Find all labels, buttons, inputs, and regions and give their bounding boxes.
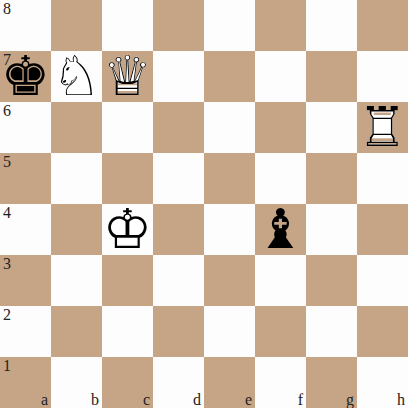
square-d5[interactable] <box>153 153 204 204</box>
square-b4[interactable] <box>51 204 102 255</box>
square-h3[interactable] <box>357 255 408 306</box>
square-a4[interactable]: 4 <box>0 204 51 255</box>
square-a1[interactable]: 1a <box>0 357 51 408</box>
square-g8[interactable] <box>306 0 357 51</box>
square-a3[interactable]: 3 <box>0 255 51 306</box>
square-f2[interactable] <box>255 306 306 357</box>
square-g2[interactable] <box>306 306 357 357</box>
square-b3[interactable] <box>51 255 102 306</box>
piece-white-rook-h6[interactable]: ♜♖ <box>357 102 408 153</box>
rook-outline-glyph: ♖ <box>358 102 407 153</box>
rank-label-8: 8 <box>3 0 11 18</box>
square-d7[interactable] <box>153 51 204 102</box>
square-c6[interactable] <box>102 102 153 153</box>
square-c1[interactable]: c <box>102 357 153 408</box>
square-h5[interactable] <box>357 153 408 204</box>
file-label-e: e <box>245 391 252 408</box>
square-a6[interactable]: 6 <box>0 102 51 153</box>
square-e5[interactable] <box>204 153 255 204</box>
piece-white-queen-c7[interactable]: ♛♕ <box>102 51 153 102</box>
square-g1[interactable]: g <box>306 357 357 408</box>
piece-black-bishop-f4[interactable]: ♝ <box>255 204 306 255</box>
square-c2[interactable] <box>102 306 153 357</box>
piece-white-king-c4[interactable]: ♚♔ <box>102 204 153 255</box>
square-e2[interactable] <box>204 306 255 357</box>
square-g4[interactable] <box>306 204 357 255</box>
king-outline-glyph: ♔ <box>103 204 152 255</box>
rank-label-4: 4 <box>3 204 11 222</box>
square-e7[interactable] <box>204 51 255 102</box>
file-label-a: a <box>41 391 48 408</box>
knight-outline-glyph: ♘ <box>52 51 101 102</box>
square-f4[interactable]: ♝ <box>255 204 306 255</box>
rank-label-5: 5 <box>3 153 11 171</box>
rank-label-2: 2 <box>3 306 11 324</box>
file-label-g: g <box>346 391 354 408</box>
square-f1[interactable]: f <box>255 357 306 408</box>
square-g6[interactable] <box>306 102 357 153</box>
square-h8[interactable] <box>357 0 408 51</box>
chess-board: 87♚♞♘♛♕6♜♖54♚♔♝321abcdefgh <box>0 0 408 408</box>
square-e8[interactable] <box>204 0 255 51</box>
rank-label-6: 6 <box>3 102 11 120</box>
file-label-d: d <box>193 391 201 408</box>
square-b5[interactable] <box>51 153 102 204</box>
square-d8[interactable] <box>153 0 204 51</box>
square-g3[interactable] <box>306 255 357 306</box>
chessboard-container: 87♚♞♘♛♕6♜♖54♚♔♝321abcdefgh <box>0 0 408 408</box>
square-b1[interactable]: b <box>51 357 102 408</box>
bishop-glyph: ♝ <box>256 204 305 255</box>
square-d1[interactable]: d <box>153 357 204 408</box>
square-f8[interactable] <box>255 0 306 51</box>
square-h2[interactable] <box>357 306 408 357</box>
rank-label-1: 1 <box>3 357 11 375</box>
square-f7[interactable] <box>255 51 306 102</box>
file-label-h: h <box>397 391 405 408</box>
square-e6[interactable] <box>204 102 255 153</box>
square-f3[interactable] <box>255 255 306 306</box>
square-g7[interactable] <box>306 51 357 102</box>
king-glyph: ♚ <box>1 51 50 102</box>
square-e4[interactable] <box>204 204 255 255</box>
square-e1[interactable]: e <box>204 357 255 408</box>
square-e3[interactable] <box>204 255 255 306</box>
square-b6[interactable] <box>51 102 102 153</box>
square-a5[interactable]: 5 <box>0 153 51 204</box>
square-g5[interactable] <box>306 153 357 204</box>
square-c3[interactable] <box>102 255 153 306</box>
square-d4[interactable] <box>153 204 204 255</box>
file-label-c: c <box>143 391 150 408</box>
square-h6[interactable]: ♜♖ <box>357 102 408 153</box>
file-label-f: f <box>298 391 303 408</box>
piece-black-king-a7[interactable]: ♚ <box>0 51 51 102</box>
square-h4[interactable] <box>357 204 408 255</box>
square-b7[interactable]: ♞♘ <box>51 51 102 102</box>
file-label-b: b <box>91 391 99 408</box>
square-c7[interactable]: ♛♕ <box>102 51 153 102</box>
square-d3[interactable] <box>153 255 204 306</box>
queen-outline-glyph: ♕ <box>103 51 152 102</box>
square-d2[interactable] <box>153 306 204 357</box>
square-h1[interactable]: h <box>357 357 408 408</box>
square-a7[interactable]: 7♚ <box>0 51 51 102</box>
square-f6[interactable] <box>255 102 306 153</box>
rank-label-3: 3 <box>3 255 11 273</box>
piece-white-knight-b7[interactable]: ♞♘ <box>51 51 102 102</box>
square-d6[interactable] <box>153 102 204 153</box>
square-a2[interactable]: 2 <box>0 306 51 357</box>
square-c4[interactable]: ♚♔ <box>102 204 153 255</box>
square-b2[interactable] <box>51 306 102 357</box>
